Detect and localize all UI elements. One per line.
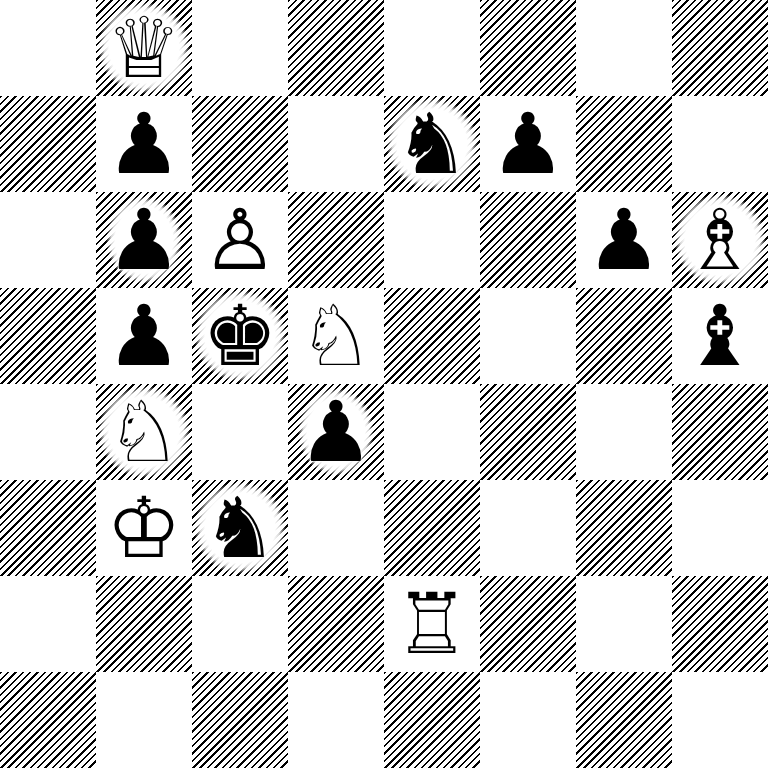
square-f3[interactable] [480, 480, 576, 576]
piece-white-pawn[interactable]: ♙ [202, 196, 278, 284]
square-e7[interactable]: ♞ [384, 96, 480, 192]
piece-black-pawn[interactable]: ♟ [490, 100, 566, 188]
square-g8[interactable] [576, 0, 672, 96]
chess-board: ♕♟♞♟♟♙♟♗♟♚♘♝♘♟♔♞♖ [0, 0, 768, 768]
square-f8[interactable] [480, 0, 576, 96]
piece-black-king[interactable]: ♚ [194, 290, 286, 382]
square-g1[interactable] [576, 672, 672, 768]
square-h4[interactable] [672, 384, 768, 480]
square-d5[interactable]: ♘ [288, 288, 384, 384]
piece-black-knight[interactable]: ♞ [194, 482, 286, 574]
piece-white-bishop[interactable]: ♗ [674, 194, 766, 286]
square-g4[interactable] [576, 384, 672, 480]
square-b5[interactable]: ♟ [96, 288, 192, 384]
square-d2[interactable] [288, 576, 384, 672]
square-a5[interactable] [0, 288, 96, 384]
square-f5[interactable] [480, 288, 576, 384]
square-c1[interactable] [192, 672, 288, 768]
piece-white-knight[interactable]: ♘ [290, 290, 382, 382]
square-a4[interactable] [0, 384, 96, 480]
square-f1[interactable] [480, 672, 576, 768]
square-g3[interactable] [576, 480, 672, 576]
square-d8[interactable] [288, 0, 384, 96]
square-b8[interactable]: ♕ [96, 0, 192, 96]
square-c6[interactable]: ♙ [192, 192, 288, 288]
square-h7[interactable] [672, 96, 768, 192]
square-b4[interactable]: ♘ [96, 384, 192, 480]
square-d4[interactable]: ♟ [288, 384, 384, 480]
square-d1[interactable] [288, 672, 384, 768]
square-b6[interactable]: ♟ [96, 192, 192, 288]
piece-white-rook[interactable]: ♖ [386, 578, 478, 670]
square-a7[interactable] [0, 96, 96, 192]
square-a2[interactable] [0, 576, 96, 672]
square-a3[interactable] [0, 480, 96, 576]
square-c8[interactable] [192, 0, 288, 96]
square-d3[interactable] [288, 480, 384, 576]
square-f4[interactable] [480, 384, 576, 480]
square-e8[interactable] [384, 0, 480, 96]
piece-white-knight[interactable]: ♘ [98, 386, 190, 478]
square-e6[interactable] [384, 192, 480, 288]
square-h1[interactable] [672, 672, 768, 768]
square-b3[interactable]: ♔ [96, 480, 192, 576]
piece-black-knight[interactable]: ♞ [386, 98, 478, 190]
square-b1[interactable] [96, 672, 192, 768]
square-e4[interactable] [384, 384, 480, 480]
square-c7[interactable] [192, 96, 288, 192]
chess-diagram: ♕♟♞♟♟♙♟♗♟♚♘♝♘♟♔♞♖ [0, 0, 768, 768]
square-f7[interactable]: ♟ [480, 96, 576, 192]
square-c5[interactable]: ♚ [192, 288, 288, 384]
piece-white-queen[interactable]: ♕ [98, 2, 190, 94]
square-b7[interactable]: ♟ [96, 96, 192, 192]
piece-white-king[interactable]: ♔ [98, 482, 190, 574]
square-d7[interactable] [288, 96, 384, 192]
square-c4[interactable] [192, 384, 288, 480]
square-d6[interactable] [288, 192, 384, 288]
square-f6[interactable] [480, 192, 576, 288]
square-c2[interactable] [192, 576, 288, 672]
square-h8[interactable] [672, 0, 768, 96]
square-g7[interactable] [576, 96, 672, 192]
square-b2[interactable] [96, 576, 192, 672]
square-h2[interactable] [672, 576, 768, 672]
piece-black-pawn[interactable]: ♟ [106, 292, 182, 380]
piece-black-pawn[interactable]: ♟ [298, 388, 374, 476]
square-a6[interactable] [0, 192, 96, 288]
piece-black-pawn[interactable]: ♟ [106, 100, 182, 188]
piece-black-pawn[interactable]: ♟ [586, 196, 662, 284]
piece-black-pawn[interactable]: ♟ [106, 196, 182, 284]
square-h3[interactable] [672, 480, 768, 576]
square-a1[interactable] [0, 672, 96, 768]
square-c3[interactable]: ♞ [192, 480, 288, 576]
square-g2[interactable] [576, 576, 672, 672]
square-e3[interactable] [384, 480, 480, 576]
square-e2[interactable]: ♖ [384, 576, 480, 672]
square-h6[interactable]: ♗ [672, 192, 768, 288]
square-g6[interactable]: ♟ [576, 192, 672, 288]
square-f2[interactable] [480, 576, 576, 672]
square-g5[interactable] [576, 288, 672, 384]
square-e1[interactable] [384, 672, 480, 768]
square-e5[interactable] [384, 288, 480, 384]
square-h5[interactable]: ♝ [672, 288, 768, 384]
piece-black-bishop[interactable]: ♝ [674, 290, 766, 382]
square-a8[interactable] [0, 0, 96, 96]
